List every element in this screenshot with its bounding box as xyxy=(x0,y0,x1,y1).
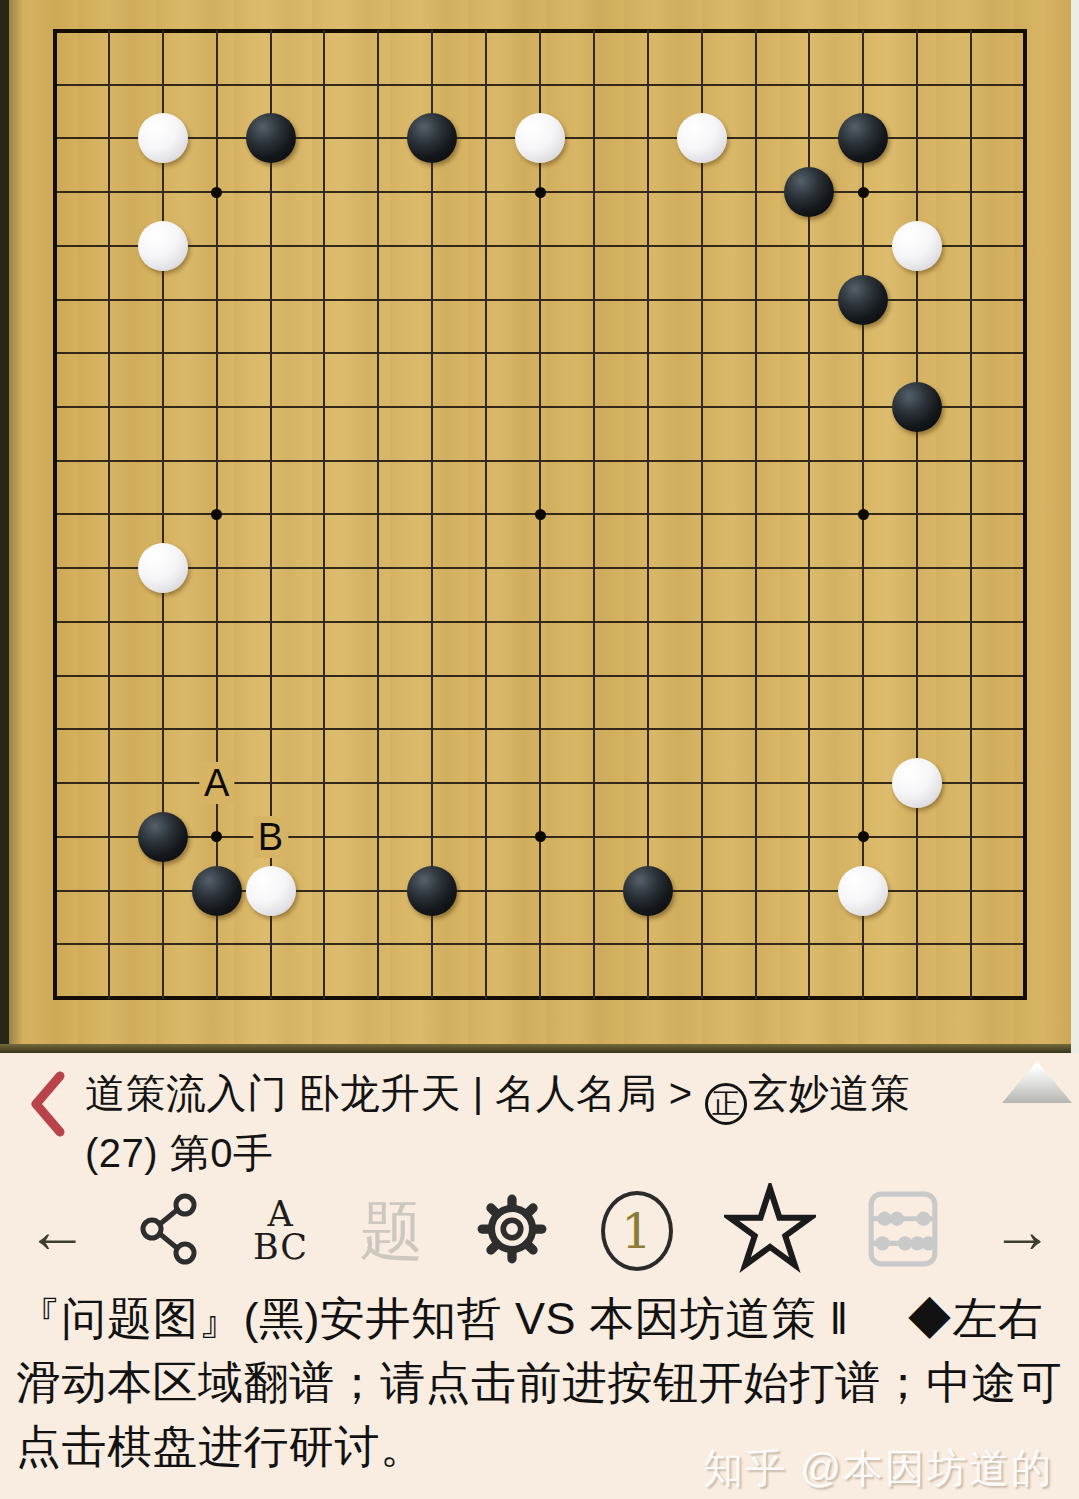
move-number-value: 1 xyxy=(621,1203,652,1259)
go-board[interactable]: AB xyxy=(0,0,1079,1053)
grid-line xyxy=(108,30,110,999)
star-point xyxy=(858,187,869,198)
abacus-icon xyxy=(867,1190,939,1268)
control-panel: 道策流入门 卧龙升天 | 名人名局 > 正玄妙道策 (27) 第0手 ← A B… xyxy=(0,1053,1079,1499)
grid-line xyxy=(1023,29,1027,1000)
star-point xyxy=(535,509,546,520)
white-stone xyxy=(677,113,727,163)
white-stone xyxy=(892,221,942,271)
grid-line xyxy=(53,29,57,1000)
app-screen: AB 道策流入门 卧龙升天 | 名人名局 > 正玄妙道策 (27) 第0手 ← xyxy=(0,0,1079,1499)
board-left-edge xyxy=(0,0,9,1053)
share-icon xyxy=(139,1192,201,1266)
white-stone xyxy=(838,866,888,916)
black-stone xyxy=(138,812,188,862)
grid-line xyxy=(431,30,433,999)
grid-line xyxy=(701,30,703,999)
board-label-A[interactable]: A xyxy=(199,762,234,804)
grid-line xyxy=(485,30,487,999)
move-number-button[interactable]: 1 xyxy=(601,1191,673,1271)
black-stone xyxy=(192,866,242,916)
board-label-B[interactable]: B xyxy=(253,816,288,858)
grid-line xyxy=(323,30,325,999)
counting-button[interactable] xyxy=(867,1190,939,1272)
star-point xyxy=(211,509,222,520)
grid-line xyxy=(377,30,379,999)
black-stone xyxy=(838,113,888,163)
problem-button[interactable]: 题 xyxy=(360,1196,424,1266)
star-point xyxy=(211,187,222,198)
star-point xyxy=(858,831,869,842)
toolbar: ← A BC 题 xyxy=(0,1181,1079,1281)
previous-move-button[interactable]: ← xyxy=(26,1196,88,1266)
back-button[interactable] xyxy=(26,1071,70,1137)
collapse-panel-button[interactable] xyxy=(1002,1061,1072,1103)
black-stone xyxy=(407,113,457,163)
board-bottom-edge xyxy=(0,1044,1079,1053)
star-point xyxy=(211,831,222,842)
grid-line xyxy=(916,30,918,999)
black-stone xyxy=(892,382,942,432)
breadcrumb: 道策流入门 卧龙升天 | 名人名局 > 正玄妙道策 (27) 第0手 xyxy=(85,1065,1000,1182)
black-stone xyxy=(623,866,673,916)
star-icon xyxy=(724,1183,816,1275)
black-stone xyxy=(246,113,296,163)
certified-badge-icon: 正 xyxy=(705,1083,747,1125)
breadcrumb-prefix: 道策流入门 卧龙升天 | 名人名局 > xyxy=(85,1071,704,1115)
grid-line xyxy=(593,30,595,999)
watermark: 知乎 @本因坊道的 xyxy=(703,1441,1053,1496)
back-chevron-icon xyxy=(36,1076,60,1132)
black-stone xyxy=(784,167,834,217)
grid-line xyxy=(755,30,757,999)
abc-icon-bottom: BC xyxy=(253,1227,308,1267)
star-point xyxy=(858,509,869,520)
coordinates-toggle-button[interactable]: A BC xyxy=(253,1198,308,1264)
breadcrumb-suffix: 玄妙道策 xyxy=(748,1071,910,1115)
black-stone xyxy=(838,275,888,325)
grid-line xyxy=(970,30,972,999)
star-point xyxy=(535,187,546,198)
share-button[interactable] xyxy=(139,1192,201,1270)
favorite-button[interactable] xyxy=(724,1183,816,1279)
grid-line xyxy=(647,30,649,999)
white-stone xyxy=(892,758,942,808)
board-left-shade xyxy=(9,0,23,1053)
black-stone xyxy=(407,866,457,916)
breadcrumb-line2: (27) 第0手 xyxy=(85,1131,274,1175)
white-stone xyxy=(138,113,188,163)
settings-button[interactable] xyxy=(475,1192,549,1270)
white-stone xyxy=(138,221,188,271)
next-move-button[interactable]: → xyxy=(991,1196,1053,1266)
white-stone xyxy=(515,113,565,163)
white-stone xyxy=(138,543,188,593)
gear-icon xyxy=(475,1192,549,1266)
star-point xyxy=(535,831,546,842)
white-stone xyxy=(246,866,296,916)
